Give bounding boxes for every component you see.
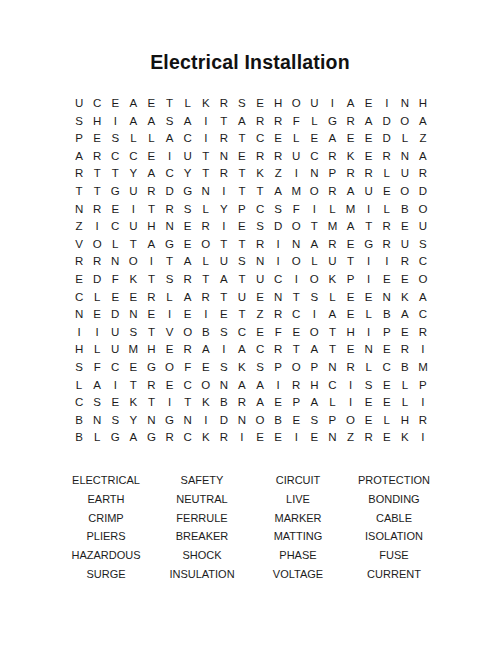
grid-cell-r17-c13: R bbox=[287, 377, 305, 395]
grid-cell-r14-c7: O bbox=[179, 324, 197, 342]
grid-cell-r2-c9: T bbox=[215, 113, 233, 131]
grid-cell-r10-c16: T bbox=[342, 253, 360, 271]
grid-cell-r15-c17: N bbox=[360, 341, 378, 359]
grid-cell-r4-c13: U bbox=[287, 148, 305, 166]
grid-cell-r9-c6: G bbox=[161, 236, 179, 254]
word-breaker: BREAKER bbox=[154, 527, 250, 546]
grid-cell-r1-c9: R bbox=[215, 95, 233, 113]
grid-cell-r18-c12: E bbox=[269, 394, 287, 412]
grid-cell-r4-c20: A bbox=[414, 148, 432, 166]
grid-cell-r10-c9: U bbox=[215, 253, 233, 271]
grid-cell-r14-c16: H bbox=[342, 324, 360, 342]
grid-cell-r1-c5: E bbox=[142, 95, 160, 113]
grid-cell-r16-c10: K bbox=[233, 359, 251, 377]
grid-cell-r5-c11: K bbox=[251, 165, 269, 183]
grid-cell-r11-c11: U bbox=[251, 271, 269, 289]
grid-cell-r2-c19: O bbox=[396, 113, 414, 131]
grid-cell-r12-c7: A bbox=[179, 289, 197, 307]
grid-cell-r16-c4: E bbox=[124, 359, 142, 377]
grid-cell-r18-c13: P bbox=[287, 394, 305, 412]
grid-cell-r11-c6: S bbox=[161, 271, 179, 289]
grid-cell-r18-c8: K bbox=[197, 394, 215, 412]
grid-cell-r15-c8: A bbox=[197, 341, 215, 359]
grid-cell-r11-c20: O bbox=[414, 271, 432, 289]
grid-cell-r20-c6: R bbox=[161, 429, 179, 447]
word-circuit: CIRCUIT bbox=[250, 471, 346, 490]
grid-cell-r2-c13: F bbox=[287, 113, 305, 131]
grid-cell-r16-c20: M bbox=[414, 359, 432, 377]
grid-cell-r5-c16: R bbox=[342, 165, 360, 183]
grid-cell-r14-c20: R bbox=[414, 324, 432, 342]
grid-cell-r10-c10: S bbox=[233, 253, 251, 271]
grid-cell-r1-c16: A bbox=[342, 95, 360, 113]
grid-cell-r3-c2: E bbox=[88, 130, 106, 148]
grid-cell-r19-c9: D bbox=[215, 412, 233, 430]
grid-cell-r4-c15: R bbox=[323, 148, 341, 166]
grid-cell-r5-c8: T bbox=[197, 165, 215, 183]
grid-cell-r16-c6: O bbox=[161, 359, 179, 377]
grid-cell-r10-c6: T bbox=[161, 253, 179, 271]
grid-cell-r6-c8: N bbox=[197, 183, 215, 201]
grid-cell-r16-c12: P bbox=[269, 359, 287, 377]
grid-cell-r9-c11: R bbox=[251, 236, 269, 254]
grid-cell-r5-c13: I bbox=[287, 165, 305, 183]
grid-cell-r15-c10: A bbox=[233, 341, 251, 359]
grid-cell-r20-c16: Z bbox=[342, 429, 360, 447]
grid-cell-r9-c8: O bbox=[197, 236, 215, 254]
grid-cell-r11-c10: T bbox=[233, 271, 251, 289]
grid-cell-r4-c11: R bbox=[251, 148, 269, 166]
grid-cell-r18-c1: C bbox=[70, 394, 88, 412]
grid-cell-r7-c11: C bbox=[251, 201, 269, 219]
word-search-page: Electrical Installation UCEAETLKRSEHOUIA… bbox=[0, 0, 500, 647]
grid-cell-r19-c15: P bbox=[323, 412, 341, 430]
grid-cell-r20-c17: R bbox=[360, 429, 378, 447]
grid-cell-r6-c2: T bbox=[88, 183, 106, 201]
grid-cell-r15-c2: L bbox=[88, 341, 106, 359]
grid-cell-r4-c6: I bbox=[161, 148, 179, 166]
word-insulation: INSULATION bbox=[154, 564, 250, 583]
grid-cell-r7-c14: I bbox=[305, 201, 323, 219]
grid-cell-r17-c12: I bbox=[269, 377, 287, 395]
grid-cell-r12-c19: K bbox=[396, 289, 414, 307]
grid-cell-r13-c7: E bbox=[179, 306, 197, 324]
grid-cell-r11-c12: C bbox=[269, 271, 287, 289]
grid-cell-r18-c4: K bbox=[124, 394, 142, 412]
grid-cell-r3-c7: C bbox=[179, 130, 197, 148]
grid-cell-r17-c8: O bbox=[197, 377, 215, 395]
grid-cell-r13-c15: A bbox=[323, 306, 341, 324]
grid-cell-r17-c9: N bbox=[215, 377, 233, 395]
grid-cell-r2-c16: R bbox=[342, 113, 360, 131]
grid-cell-r16-c19: B bbox=[396, 359, 414, 377]
grid-cell-r8-c17: T bbox=[360, 218, 378, 236]
grid-cell-r18-c3: E bbox=[106, 394, 124, 412]
grid-cell-r19-c7: N bbox=[179, 412, 197, 430]
grid-cell-r7-c5: T bbox=[142, 201, 160, 219]
grid-cell-r1-c11: E bbox=[251, 95, 269, 113]
grid-cell-r3-c16: E bbox=[342, 130, 360, 148]
grid-cell-r8-c15: M bbox=[323, 218, 341, 236]
grid-cell-r1-c15: I bbox=[323, 95, 341, 113]
grid-cell-r15-c15: T bbox=[323, 341, 341, 359]
grid-cell-r17-c19: L bbox=[396, 377, 414, 395]
word-crimp: CRIMP bbox=[58, 508, 154, 527]
grid-cell-r12-c15: L bbox=[323, 289, 341, 307]
grid-cell-r8-c20: U bbox=[414, 218, 432, 236]
grid-cell-r20-c7: C bbox=[179, 429, 197, 447]
grid-cell-r10-c13: O bbox=[287, 253, 305, 271]
grid-cell-r1-c18: I bbox=[378, 95, 396, 113]
grid-cell-r20-c15: N bbox=[323, 429, 341, 447]
grid-cell-r10-c11: N bbox=[251, 253, 269, 271]
grid-cell-r17-c20: P bbox=[414, 377, 432, 395]
grid-cell-r6-c18: E bbox=[378, 183, 396, 201]
grid-cell-r1-c20: H bbox=[414, 95, 432, 113]
grid-cell-r20-c2: L bbox=[88, 429, 106, 447]
grid-cell-r9-c13: N bbox=[287, 236, 305, 254]
grid-cell-r6-c10: T bbox=[233, 183, 251, 201]
grid-cell-r7-c1: N bbox=[70, 201, 88, 219]
grid-cell-r17-c6: E bbox=[161, 377, 179, 395]
grid-cell-r18-c18: E bbox=[378, 394, 396, 412]
grid-cell-r8-c5: H bbox=[142, 218, 160, 236]
grid-cell-r2-c20: A bbox=[414, 113, 432, 131]
grid-cell-r4-c17: E bbox=[360, 148, 378, 166]
grid-cell-r18-c5: T bbox=[142, 394, 160, 412]
grid-cell-r16-c17: L bbox=[360, 359, 378, 377]
word-matting: MATTING bbox=[250, 527, 346, 546]
grid-cell-r9-c9: T bbox=[215, 236, 233, 254]
grid-cell-r12-c3: E bbox=[106, 289, 124, 307]
grid-cell-r3-c15: A bbox=[323, 130, 341, 148]
word-list: ELECTRICALSAFETYCIRCUITPROTECTIONEARTHNE… bbox=[58, 471, 442, 583]
grid-cell-r18-c15: L bbox=[323, 394, 341, 412]
grid-cell-r9-c3: L bbox=[106, 236, 124, 254]
grid-cell-r8-c7: E bbox=[179, 218, 197, 236]
grid-cell-r4-c16: K bbox=[342, 148, 360, 166]
grid-cell-r4-c1: A bbox=[70, 148, 88, 166]
grid-cell-r3-c17: E bbox=[360, 130, 378, 148]
grid-cell-r15-c9: I bbox=[215, 341, 233, 359]
grid-cell-r11-c4: K bbox=[124, 271, 142, 289]
grid-cell-r2-c4: A bbox=[124, 113, 142, 131]
word-protection: PROTECTION bbox=[346, 471, 442, 490]
grid-cell-r4-c2: R bbox=[88, 148, 106, 166]
grid-cell-r3-c10: T bbox=[233, 130, 251, 148]
grid-cell-r11-c18: E bbox=[378, 271, 396, 289]
grid-cell-r16-c18: C bbox=[378, 359, 396, 377]
grid-cell-r10-c17: I bbox=[360, 253, 378, 271]
grid-cell-r14-c5: T bbox=[142, 324, 160, 342]
word-current: CURRENT bbox=[346, 564, 442, 583]
grid-cell-r19-c3: S bbox=[106, 412, 124, 430]
grid-cell-r5-c3: T bbox=[106, 165, 124, 183]
word-pliers: PLIERS bbox=[58, 527, 154, 546]
grid-cell-r9-c20: S bbox=[414, 236, 432, 254]
grid-cell-r5-c12: Z bbox=[269, 165, 287, 183]
grid-cell-r1-c19: N bbox=[396, 95, 414, 113]
grid-cell-r19-c17: E bbox=[360, 412, 378, 430]
grid-cell-r10-c4: O bbox=[124, 253, 142, 271]
grid-cell-r6-c15: R bbox=[323, 183, 341, 201]
grid-cell-r13-c10: T bbox=[233, 306, 251, 324]
grid-cell-r6-c1: T bbox=[70, 183, 88, 201]
grid-cell-r18-c20: I bbox=[414, 394, 432, 412]
grid-cell-r16-c7: F bbox=[179, 359, 197, 377]
grid-cell-r2-c15: G bbox=[323, 113, 341, 131]
puzzle-title: Electrical Installation bbox=[0, 51, 500, 74]
grid-cell-r1-c17: E bbox=[360, 95, 378, 113]
grid-cell-r17-c4: T bbox=[124, 377, 142, 395]
grid-cell-r1-c6: T bbox=[161, 95, 179, 113]
grid-cell-r20-c18: E bbox=[378, 429, 396, 447]
grid-cell-r16-c9: S bbox=[215, 359, 233, 377]
grid-cell-r12-c14: S bbox=[305, 289, 323, 307]
grid-cell-r12-c10: U bbox=[233, 289, 251, 307]
grid-cell-r9-c1: V bbox=[70, 236, 88, 254]
grid-cell-r7-c2: R bbox=[88, 201, 106, 219]
grid-cell-r3-c8: I bbox=[197, 130, 215, 148]
grid-cell-r14-c9: S bbox=[215, 324, 233, 342]
grid-cell-r6-c4: U bbox=[124, 183, 142, 201]
grid-cell-r11-c7: R bbox=[179, 271, 197, 289]
grid-cell-r3-c20: Z bbox=[414, 130, 432, 148]
grid-cell-r20-c3: G bbox=[106, 429, 124, 447]
grid-cell-r7-c16: M bbox=[342, 201, 360, 219]
grid-cell-r13-c1: N bbox=[70, 306, 88, 324]
grid-cell-r14-c6: V bbox=[161, 324, 179, 342]
grid-cell-r3-c9: R bbox=[215, 130, 233, 148]
grid-cell-r15-c20: I bbox=[414, 341, 432, 359]
grid-cell-r8-c10: E bbox=[233, 218, 251, 236]
grid-cell-r14-c14: O bbox=[305, 324, 323, 342]
grid-cell-r5-c9: R bbox=[215, 165, 233, 183]
grid-cell-r8-c1: Z bbox=[70, 218, 88, 236]
grid-cell-r16-c14: P bbox=[305, 359, 323, 377]
grid-cell-r17-c17: S bbox=[360, 377, 378, 395]
grid-cell-r9-c5: A bbox=[142, 236, 160, 254]
grid-cell-r2-c8: I bbox=[197, 113, 215, 131]
grid-cell-r19-c12: B bbox=[269, 412, 287, 430]
letter-grid: UCEAETLKRSEHOUIAEINHSHIAASAITARRFLGRADOA… bbox=[70, 95, 432, 447]
grid-cell-r13-c6: I bbox=[161, 306, 179, 324]
grid-cell-r14-c15: T bbox=[323, 324, 341, 342]
word-hazardous: HAZARDOUS bbox=[58, 546, 154, 565]
grid-cell-r13-c17: L bbox=[360, 306, 378, 324]
grid-cell-r3-c11: C bbox=[251, 130, 269, 148]
grid-cell-r9-c14: A bbox=[305, 236, 323, 254]
grid-cell-r7-c18: L bbox=[378, 201, 396, 219]
grid-cell-r11-c3: F bbox=[106, 271, 124, 289]
grid-cell-r13-c2: E bbox=[88, 306, 106, 324]
grid-cell-r14-c1: I bbox=[70, 324, 88, 342]
grid-cell-r5-c17: R bbox=[360, 165, 378, 183]
grid-cell-r15-c18: E bbox=[378, 341, 396, 359]
grid-cell-r2-c10: A bbox=[233, 113, 251, 131]
grid-cell-r3-c19: L bbox=[396, 130, 414, 148]
grid-cell-r7-c20: O bbox=[414, 201, 432, 219]
grid-cell-r4-c5: E bbox=[142, 148, 160, 166]
grid-cell-r20-c13: I bbox=[287, 429, 305, 447]
grid-cell-r12-c16: E bbox=[342, 289, 360, 307]
grid-cell-r6-c20: D bbox=[414, 183, 432, 201]
grid-cell-r15-c12: R bbox=[269, 341, 287, 359]
grid-cell-r9-c19: U bbox=[396, 236, 414, 254]
grid-cell-r17-c1: L bbox=[70, 377, 88, 395]
grid-cell-r17-c14: H bbox=[305, 377, 323, 395]
grid-cell-r8-c8: R bbox=[197, 218, 215, 236]
grid-cell-r5-c18: L bbox=[378, 165, 396, 183]
grid-cell-r19-c1: B bbox=[70, 412, 88, 430]
grid-cell-r18-c17: E bbox=[360, 394, 378, 412]
grid-cell-r17-c3: I bbox=[106, 377, 124, 395]
grid-cell-r4-c14: C bbox=[305, 148, 323, 166]
grid-cell-r7-c19: B bbox=[396, 201, 414, 219]
grid-cell-r3-c1: P bbox=[70, 130, 88, 148]
grid-cell-r16-c2: F bbox=[88, 359, 106, 377]
grid-cell-r17-c5: R bbox=[142, 377, 160, 395]
grid-cell-r10-c12: I bbox=[269, 253, 287, 271]
grid-cell-r4-c3: C bbox=[106, 148, 124, 166]
grid-cell-r9-c2: O bbox=[88, 236, 106, 254]
grid-cell-r18-c7: T bbox=[179, 394, 197, 412]
grid-cell-r19-c2: N bbox=[88, 412, 106, 430]
grid-cell-r5-c14: N bbox=[305, 165, 323, 183]
grid-cell-r5-c6: C bbox=[161, 165, 179, 183]
grid-cell-r18-c2: S bbox=[88, 394, 106, 412]
grid-cell-r2-c11: R bbox=[251, 113, 269, 131]
grid-cell-r11-c17: I bbox=[360, 271, 378, 289]
grid-cell-r9-c18: R bbox=[378, 236, 396, 254]
grid-cell-r20-c19: K bbox=[396, 429, 414, 447]
grid-cell-r6-c6: D bbox=[161, 183, 179, 201]
grid-cell-r13-c18: B bbox=[378, 306, 396, 324]
grid-cell-r20-c1: B bbox=[70, 429, 88, 447]
grid-cell-r3-c18: D bbox=[378, 130, 396, 148]
grid-cell-r20-c12: E bbox=[269, 429, 287, 447]
grid-cell-r10-c3: N bbox=[106, 253, 124, 271]
grid-cell-r2-c17: A bbox=[360, 113, 378, 131]
word-cable: CABLE bbox=[346, 508, 442, 527]
grid-cell-r13-c19: A bbox=[396, 306, 414, 324]
grid-cell-r10-c14: L bbox=[305, 253, 323, 271]
grid-cell-r14-c18: P bbox=[378, 324, 396, 342]
grid-cell-r20-c5: G bbox=[142, 429, 160, 447]
grid-cell-r6-c14: O bbox=[305, 183, 323, 201]
grid-cell-r11-c14: O bbox=[305, 271, 323, 289]
grid-cell-r12-c9: T bbox=[215, 289, 233, 307]
grid-cell-r9-c12: I bbox=[269, 236, 287, 254]
grid-cell-r19-c16: O bbox=[342, 412, 360, 430]
grid-cell-r1-c12: H bbox=[269, 95, 287, 113]
grid-cell-r14-c12: F bbox=[269, 324, 287, 342]
grid-cell-r15-c1: H bbox=[70, 341, 88, 359]
grid-cell-r14-c3: U bbox=[106, 324, 124, 342]
grid-cell-r11-c9: A bbox=[215, 271, 233, 289]
grid-cell-r1-c1: U bbox=[70, 95, 88, 113]
grid-cell-r19-c20: R bbox=[414, 412, 432, 430]
grid-cell-r20-c8: K bbox=[197, 429, 215, 447]
grid-cell-r8-c3: C bbox=[106, 218, 124, 236]
grid-cell-r7-c4: I bbox=[124, 201, 142, 219]
grid-cell-r10-c2: R bbox=[88, 253, 106, 271]
grid-cell-r14-c11: E bbox=[251, 324, 269, 342]
grid-cell-r9-c17: G bbox=[360, 236, 378, 254]
grid-cell-r8-c12: D bbox=[269, 218, 287, 236]
grid-cell-r3-c5: L bbox=[142, 130, 160, 148]
grid-cell-r4-c18: R bbox=[378, 148, 396, 166]
grid-cell-r16-c1: S bbox=[70, 359, 88, 377]
grid-cell-r13-c12: R bbox=[269, 306, 287, 324]
grid-cell-r6-c16: A bbox=[342, 183, 360, 201]
word-safety: SAFETY bbox=[154, 471, 250, 490]
grid-cell-r12-c20: A bbox=[414, 289, 432, 307]
grid-cell-r5-c1: R bbox=[70, 165, 88, 183]
grid-cell-r8-c9: I bbox=[215, 218, 233, 236]
grid-cell-r11-c5: T bbox=[142, 271, 160, 289]
grid-cell-r4-c9: N bbox=[215, 148, 233, 166]
grid-cell-r17-c2: A bbox=[88, 377, 106, 395]
grid-cell-r5-c2: T bbox=[88, 165, 106, 183]
word-earth: EARTH bbox=[58, 490, 154, 509]
grid-cell-r1-c3: E bbox=[106, 95, 124, 113]
grid-cell-r6-c13: M bbox=[287, 183, 305, 201]
grid-cell-r14-c8: B bbox=[197, 324, 215, 342]
grid-cell-r14-c13: E bbox=[287, 324, 305, 342]
grid-cell-r12-c1: C bbox=[70, 289, 88, 307]
grid-cell-r20-c11: E bbox=[251, 429, 269, 447]
grid-cell-r1-c7: L bbox=[179, 95, 197, 113]
grid-cell-r8-c11: S bbox=[251, 218, 269, 236]
word-voltage: VOLTAGE bbox=[250, 564, 346, 583]
grid-cell-r20-c9: R bbox=[215, 429, 233, 447]
grid-cell-r20-c10: I bbox=[233, 429, 251, 447]
grid-cell-r13-c4: N bbox=[124, 306, 142, 324]
grid-cell-r18-c10: R bbox=[233, 394, 251, 412]
grid-cell-r13-c3: D bbox=[106, 306, 124, 324]
word-ferrule: FERRULE bbox=[154, 508, 250, 527]
grid-cell-r12-c18: N bbox=[378, 289, 396, 307]
grid-cell-r2-c2: H bbox=[88, 113, 106, 131]
grid-cell-r3-c3: S bbox=[106, 130, 124, 148]
grid-cell-r11-c2: D bbox=[88, 271, 106, 289]
grid-cell-r17-c15: C bbox=[323, 377, 341, 395]
grid-cell-r8-c6: N bbox=[161, 218, 179, 236]
grid-cell-r7-c7: S bbox=[179, 201, 197, 219]
grid-cell-r12-c5: R bbox=[142, 289, 160, 307]
grid-cell-r13-c13: C bbox=[287, 306, 305, 324]
grid-cell-r15-c13: T bbox=[287, 341, 305, 359]
grid-cell-r10-c7: A bbox=[179, 253, 197, 271]
grid-cell-r17-c11: A bbox=[251, 377, 269, 395]
grid-cell-r19-c8: I bbox=[197, 412, 215, 430]
grid-cell-r2-c5: A bbox=[142, 113, 160, 131]
grid-cell-r6-c3: G bbox=[106, 183, 124, 201]
grid-cell-r13-c20: C bbox=[414, 306, 432, 324]
grid-cell-r13-c9: E bbox=[215, 306, 233, 324]
grid-cell-r8-c19: E bbox=[396, 218, 414, 236]
grid-cell-r13-c11: Z bbox=[251, 306, 269, 324]
grid-cell-r12-c8: R bbox=[197, 289, 215, 307]
grid-cell-r9-c10: T bbox=[233, 236, 251, 254]
grid-cell-r3-c12: E bbox=[269, 130, 287, 148]
grid-cell-r6-c17: U bbox=[360, 183, 378, 201]
grid-cell-r6-c9: I bbox=[215, 183, 233, 201]
grid-cell-r19-c14: S bbox=[305, 412, 323, 430]
grid-cell-r14-c10: C bbox=[233, 324, 251, 342]
grid-cell-r2-c12: R bbox=[269, 113, 287, 131]
